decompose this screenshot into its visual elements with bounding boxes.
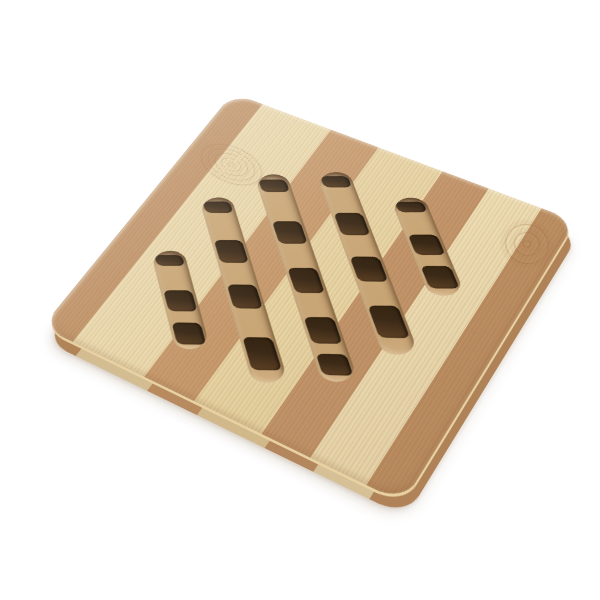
- slot-through-hole: [214, 240, 249, 263]
- slot-through-hole: [227, 285, 263, 309]
- slot-through-hole: [287, 268, 324, 293]
- slot-cutouts: [42, 93, 576, 503]
- slot-cutout: [391, 195, 464, 298]
- slot-through-hole: [203, 201, 234, 212]
- slot-through-hole: [163, 290, 197, 311]
- slot-through-hole: [368, 306, 410, 339]
- slot-through-hole: [320, 176, 352, 187]
- product-photo: [0, 0, 600, 600]
- slot-through-hole: [154, 255, 185, 266]
- slot-through-hole: [272, 221, 308, 243]
- slot-through-hole: [258, 179, 290, 192]
- slot-through-hole: [350, 257, 389, 282]
- trivet-top-face: [42, 93, 576, 503]
- slot-through-hole: [334, 213, 371, 235]
- slot-through-hole: [242, 337, 282, 370]
- slot-through-hole: [172, 323, 207, 345]
- slot-through-hole: [420, 266, 459, 289]
- slot-through-hole: [316, 354, 354, 376]
- slot-cutout: [151, 249, 209, 352]
- slot-through-hole: [408, 235, 446, 255]
- slot-through-hole: [304, 317, 343, 344]
- slot-through-hole: [394, 202, 427, 212]
